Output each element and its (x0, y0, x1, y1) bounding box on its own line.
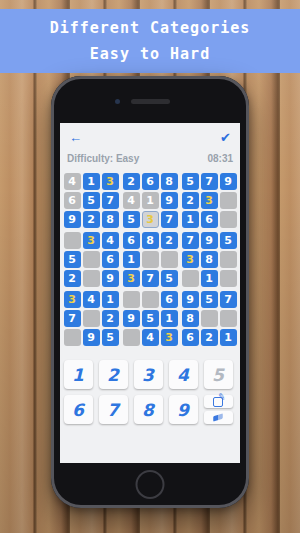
sudoku-cell-r3c6[interactable]: 7 (161, 211, 178, 228)
grid-row-9: 9543621 (64, 329, 237, 346)
app-store-screenshot: Different Categories Easy to Hard ← ✔ Di… (0, 0, 300, 533)
banner-line-2: Easy to Hard (90, 42, 210, 66)
phone-frame: ← ✔ Difficulty: Easy 08:31 4132685796574… (51, 76, 249, 508)
sudoku-cell-r6c6[interactable]: 5 (161, 270, 178, 287)
sudoku-cell-r3c3[interactable]: 8 (102, 211, 119, 228)
sudoku-cell-r7c2[interactable]: 4 (83, 291, 100, 308)
status-row: Difficulty: Easy 08:31 (60, 145, 240, 166)
sudoku-cell-r5c4[interactable]: 1 (123, 251, 140, 268)
sudoku-cell-r6c7[interactable] (182, 270, 199, 287)
sudoku-cell-r5c9[interactable] (220, 251, 237, 268)
sudoku-cell-r1c9[interactable]: 9 (220, 173, 237, 190)
sudoku-cell-r2c8[interactable]: 3 (201, 192, 218, 209)
sudoku-cell-r5c7[interactable]: 3 (182, 251, 199, 268)
pad-key-7[interactable]: 7 (99, 395, 128, 424)
grid-row-4: 34682795 (64, 232, 237, 249)
sudoku-cell-r7c6[interactable]: 6 (161, 291, 178, 308)
sudoku-cell-r4c3[interactable]: 4 (102, 232, 119, 249)
sudoku-cell-r7c9[interactable]: 7 (220, 291, 237, 308)
grid-row-6: 293751 (64, 270, 237, 287)
sudoku-cell-r5c2[interactable] (83, 251, 100, 268)
sudoku-cell-r1c8[interactable]: 7 (201, 173, 218, 190)
top-bar: ← ✔ (60, 123, 240, 145)
sudoku-cell-r6c9[interactable] (220, 270, 237, 287)
grid-row-2: 65741923 (64, 192, 237, 209)
sudoku-cell-r4c4[interactable]: 6 (123, 232, 140, 249)
grid-row-8: 729518 (64, 310, 237, 327)
sudoku-cell-r5c3[interactable]: 6 (102, 251, 119, 268)
sudoku-cell-r9c5[interactable]: 4 (142, 329, 159, 346)
sudoku-cell-r8c7[interactable]: 8 (182, 310, 199, 327)
pad-key-4[interactable]: 4 (169, 360, 198, 389)
sudoku-cell-r3c8[interactable]: 6 (201, 211, 218, 228)
sudoku-cell-r9c1[interactable] (64, 329, 81, 346)
promo-banner: Different Categories Easy to Hard (0, 9, 300, 73)
camera-icon (115, 99, 120, 104)
sudoku-cell-r4c6[interactable]: 2 (161, 232, 178, 249)
sudoku-cell-r2c4[interactable]: 4 (123, 192, 140, 209)
pad-key-9[interactable]: 9 (169, 395, 198, 424)
sudoku-cell-r8c8[interactable] (201, 310, 218, 327)
sudoku-cell-r2c1[interactable]: 6 (64, 192, 81, 209)
sudoku-cell-r4c9[interactable]: 5 (220, 232, 237, 249)
sudoku-cell-r3c4[interactable]: 5 (123, 211, 140, 228)
sudoku-cell-r3c2[interactable]: 2 (83, 211, 100, 228)
tool-buttons (204, 395, 233, 424)
sudoku-cell-r7c5[interactable] (142, 291, 159, 308)
pad-key-2[interactable]: 2 (99, 360, 128, 389)
pad-key-6[interactable]: 6 (64, 395, 93, 424)
sudoku-cell-r2c9[interactable] (220, 192, 237, 209)
eraser-button[interactable] (204, 411, 233, 424)
pencil-icon (213, 397, 223, 407)
sudoku-cell-r4c1[interactable] (64, 232, 81, 249)
sudoku-cell-r1c5[interactable]: 6 (142, 173, 159, 190)
sudoku-cell-r3c7[interactable]: 1 (182, 211, 199, 228)
sudoku-cell-r9c6[interactable]: 3 (161, 329, 178, 346)
sudoku-cell-r6c2[interactable] (83, 270, 100, 287)
sudoku-cell-r6c5[interactable]: 7 (142, 270, 159, 287)
sudoku-cell-r9c8[interactable]: 2 (201, 329, 218, 346)
sudoku-cell-r5c5[interactable] (142, 251, 159, 268)
timer-label: 08:31 (207, 153, 233, 164)
sudoku-cell-r4c2[interactable]: 3 (83, 232, 100, 249)
sudoku-cell-r2c3[interactable]: 7 (102, 192, 119, 209)
pencil-notes-button[interactable] (204, 395, 233, 408)
sudoku-cell-r8c6[interactable]: 1 (161, 310, 178, 327)
sudoku-cell-r1c2[interactable]: 1 (83, 173, 100, 190)
sudoku-cell-r9c4[interactable] (123, 329, 140, 346)
sudoku-cell-r3c5[interactable]: 3 (142, 211, 159, 228)
done-check-icon[interactable]: ✔ (220, 131, 231, 145)
sudoku-cell-r6c4[interactable]: 3 (123, 270, 140, 287)
sudoku-cell-r1c3[interactable]: 3 (102, 173, 119, 190)
sudoku-cell-r2c5[interactable]: 1 (142, 192, 159, 209)
number-pad: 123456789 (64, 360, 237, 424)
pad-row-1: 12345 (64, 360, 237, 389)
sudoku-cell-r3c1[interactable]: 9 (64, 211, 81, 228)
grid-row-5: 56138 (64, 251, 237, 268)
sudoku-cell-r8c4[interactable]: 9 (123, 310, 140, 327)
sudoku-cell-r5c8[interactable]: 8 (201, 251, 218, 268)
sudoku-cell-r4c5[interactable]: 8 (142, 232, 159, 249)
game-screen: ← ✔ Difficulty: Easy 08:31 4132685796574… (60, 123, 240, 463)
sudoku-cell-r1c1[interactable]: 4 (64, 173, 81, 190)
pad-key-1[interactable]: 1 (64, 360, 93, 389)
sudoku-cell-r9c3[interactable]: 5 (102, 329, 119, 346)
sudoku-cell-r3c9[interactable] (220, 211, 237, 228)
grid-row-3: 92853716 (64, 211, 237, 228)
back-arrow-icon[interactable]: ← (69, 131, 82, 145)
sudoku-cell-r1c6[interactable]: 8 (161, 173, 178, 190)
sudoku-cell-r2c6[interactable]: 9 (161, 192, 178, 209)
grid-row-1: 413268579 (64, 173, 237, 190)
sudoku-cell-r1c4[interactable]: 2 (123, 173, 140, 190)
pad-key-3[interactable]: 3 (134, 360, 163, 389)
sudoku-cell-r9c2[interactable]: 9 (83, 329, 100, 346)
sudoku-cell-r8c3[interactable]: 2 (102, 310, 119, 327)
sudoku-grid: 4132685796574192392853716346827955613829… (64, 173, 237, 346)
sudoku-cell-r9c9[interactable]: 1 (220, 329, 237, 346)
speaker-slot (131, 99, 170, 104)
sudoku-cell-r4c7[interactable]: 7 (182, 232, 199, 249)
sudoku-cell-r6c8[interactable]: 1 (201, 270, 218, 287)
sudoku-cell-r7c4[interactable] (123, 291, 140, 308)
sudoku-cell-r2c7[interactable]: 2 (182, 192, 199, 209)
difficulty-label: Difficulty: Easy (67, 153, 139, 164)
sudoku-cell-r7c1[interactable]: 3 (64, 291, 81, 308)
eraser-icon (213, 413, 223, 421)
sudoku-cell-r4c8[interactable]: 9 (201, 232, 218, 249)
banner-line-1: Different Categories (50, 16, 251, 40)
sudoku-cell-r8c1[interactable]: 7 (64, 310, 81, 327)
sudoku-cell-r9c7[interactable]: 6 (182, 329, 199, 346)
grid-row-7: 3416957 (64, 291, 237, 308)
sudoku-cell-r8c2[interactable] (83, 310, 100, 327)
sudoku-cell-r7c3[interactable]: 1 (102, 291, 119, 308)
sudoku-cell-r6c3[interactable]: 9 (102, 270, 119, 287)
sudoku-cell-r7c8[interactable]: 5 (201, 291, 218, 308)
sudoku-cell-r2c2[interactable]: 5 (83, 192, 100, 209)
sudoku-cell-r1c7[interactable]: 5 (182, 173, 199, 190)
sudoku-cell-r8c5[interactable]: 5 (142, 310, 159, 327)
pad-row-2: 6789 (64, 395, 237, 424)
pad-key-8[interactable]: 8 (134, 395, 163, 424)
sudoku-cell-r5c6[interactable] (161, 251, 178, 268)
sudoku-cell-r6c1[interactable]: 2 (64, 270, 81, 287)
pad-key-5[interactable]: 5 (204, 360, 233, 389)
sudoku-cell-r8c9[interactable] (220, 310, 237, 327)
home-button[interactable] (136, 470, 165, 499)
sudoku-cell-r5c1[interactable]: 5 (64, 251, 81, 268)
sudoku-cell-r7c7[interactable]: 9 (182, 291, 199, 308)
